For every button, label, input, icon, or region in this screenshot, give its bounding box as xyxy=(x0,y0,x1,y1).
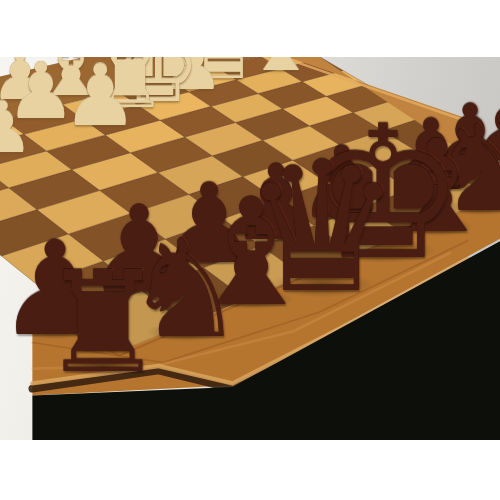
piece-white-p-b2: ♟ xyxy=(0,92,38,163)
letterbox-top xyxy=(0,0,500,57)
chess-photo-stage: ♝♛♟♝♟♚♜♟♟♟♟♟♟♜♞♟♝♟♚♟♛♟♝♟♞♜ xyxy=(0,0,500,500)
pieces-layer: ♝♛♟♝♟♚♜♟♟♟♟♟♟♜♞♟♝♟♚♟♛♟♝♟♞♜ xyxy=(0,57,500,440)
photo-area: ♝♛♟♝♟♚♜♟♟♟♟♟♟♜♞♟♝♟♚♟♛♟♝♟♞♜ xyxy=(0,57,500,440)
piece-white-p-e2: ♟ xyxy=(58,57,143,138)
letterbox-bottom xyxy=(0,440,500,500)
piece-black-r-a8: ♜ xyxy=(33,253,173,393)
